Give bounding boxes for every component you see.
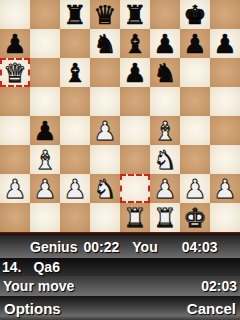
player-clock: 04:03 [182, 239, 218, 255]
move-text: Qa6 [33, 259, 59, 275]
black-pawn-piece: ♟ [3, 31, 26, 57]
square-a3[interactable] [0, 145, 30, 174]
square-a7[interactable]: ♟ [0, 29, 30, 58]
square-e4[interactable] [120, 116, 150, 145]
square-e7[interactable]: ♝ [120, 29, 150, 58]
white-queen-piece: ♛ [3, 60, 26, 86]
square-d4[interactable]: ♟ [90, 116, 120, 145]
move-list-row: 14. Qa6 [0, 258, 240, 276]
square-e2[interactable] [120, 174, 150, 203]
square-c2[interactable]: ♟ [60, 174, 90, 203]
square-c8[interactable]: ♜ [60, 0, 90, 29]
black-rook-piece: ♜ [63, 2, 86, 28]
square-b8[interactable] [30, 0, 60, 29]
white-pawn-piece: ♟ [63, 176, 86, 202]
square-c3[interactable] [60, 145, 90, 174]
white-pawn-piece: ♟ [213, 176, 236, 202]
square-f3[interactable]: ♞ [150, 145, 180, 174]
move-timer: 02:03 [201, 278, 237, 294]
square-g8[interactable]: ♚ [180, 0, 210, 29]
white-rook-piece: ♜ [123, 205, 146, 231]
black-bishop-piece: ♝ [123, 31, 146, 57]
white-bishop-piece: ♝ [153, 118, 176, 144]
square-e3[interactable] [120, 145, 150, 174]
square-a6[interactable]: ♛ [0, 58, 30, 87]
square-d7[interactable]: ♞ [90, 29, 120, 58]
engine-clock: 00:22 [83, 239, 119, 255]
square-d2[interactable]: ♞ [90, 174, 120, 203]
chess-board: ♜♛♜♚♟♞♝♟♟♟♛♝♟♞♟♟♝♝♞♟♟♟♞♟♟♟♜♜♚ [0, 0, 240, 232]
black-pawn-piece: ♟ [213, 31, 236, 57]
white-knight-piece: ♞ [93, 176, 116, 202]
square-h2[interactable]: ♟ [210, 174, 240, 203]
black-bishop-piece: ♝ [63, 60, 86, 86]
white-pawn-piece: ♟ [153, 176, 176, 202]
square-g5[interactable] [180, 87, 210, 116]
square-a5[interactable] [0, 87, 30, 116]
square-f5[interactable] [150, 87, 180, 116]
options-softkey[interactable]: Options [4, 300, 61, 317]
square-f4[interactable]: ♝ [150, 116, 180, 145]
square-g1[interactable]: ♚ [180, 203, 210, 232]
square-g4[interactable] [180, 116, 210, 145]
white-pawn-piece: ♟ [93, 118, 116, 144]
square-f7[interactable]: ♟ [150, 29, 180, 58]
square-a2[interactable]: ♟ [0, 174, 30, 203]
square-h5[interactable] [210, 87, 240, 116]
square-e8[interactable]: ♜ [120, 0, 150, 29]
black-king-piece: ♚ [183, 2, 206, 28]
square-c5[interactable] [60, 87, 90, 116]
black-knight-piece: ♞ [153, 60, 176, 86]
square-d8[interactable]: ♛ [90, 0, 120, 29]
square-b5[interactable] [30, 87, 60, 116]
square-b7[interactable] [30, 29, 60, 58]
white-pawn-piece: ♟ [33, 176, 56, 202]
square-b1[interactable] [30, 203, 60, 232]
black-pawn-piece: ♟ [153, 31, 176, 57]
square-b3[interactable]: ♝ [30, 145, 60, 174]
square-g2[interactable]: ♟ [180, 174, 210, 203]
square-h7[interactable]: ♟ [210, 29, 240, 58]
square-g3[interactable] [180, 145, 210, 174]
square-f2[interactable]: ♟ [150, 174, 180, 203]
engine-name-label: Genius [30, 239, 77, 255]
white-pawn-piece: ♟ [183, 176, 206, 202]
square-e5[interactable] [120, 87, 150, 116]
white-pawn-piece: ♟ [3, 176, 26, 202]
square-d6[interactable] [90, 58, 120, 87]
white-bishop-piece: ♝ [33, 147, 56, 173]
player-name-label: You [132, 239, 157, 255]
square-h4[interactable] [210, 116, 240, 145]
square-h1[interactable] [210, 203, 240, 232]
square-b4[interactable]: ♟ [30, 116, 60, 145]
square-f8[interactable] [150, 0, 180, 29]
square-c4[interactable] [60, 116, 90, 145]
cancel-softkey[interactable]: Cancel [187, 300, 236, 317]
softkey-bar: Options Cancel [0, 296, 240, 320]
status-row: Your move 02:03 [0, 276, 240, 296]
move-number: 14. [2, 259, 21, 275]
square-c6[interactable]: ♝ [60, 58, 90, 87]
square-c1[interactable] [60, 203, 90, 232]
black-queen-piece: ♛ [93, 2, 116, 28]
square-h8[interactable] [210, 0, 240, 29]
white-rook-piece: ♜ [153, 205, 176, 231]
square-c7[interactable] [60, 29, 90, 58]
square-a8[interactable] [0, 0, 30, 29]
square-d5[interactable] [90, 87, 120, 116]
white-king-piece: ♚ [183, 205, 206, 231]
square-b2[interactable]: ♟ [30, 174, 60, 203]
square-h3[interactable] [210, 145, 240, 174]
white-knight-piece: ♞ [153, 147, 176, 173]
square-d1[interactable] [90, 203, 120, 232]
square-a1[interactable] [0, 203, 30, 232]
chess-app-screen: ♜♛♜♚♟♞♝♟♟♟♛♝♟♞♟♟♝♝♞♟♟♟♞♟♟♟♜♜♚ Genius 00:… [0, 0, 240, 320]
clock-bar: Genius 00:22 You 04:03 [0, 235, 240, 258]
square-f6[interactable]: ♞ [150, 58, 180, 87]
square-b6[interactable] [30, 58, 60, 87]
square-g6[interactable] [180, 58, 210, 87]
black-rook-piece: ♜ [123, 2, 146, 28]
square-a4[interactable] [0, 116, 30, 145]
square-h6[interactable] [210, 58, 240, 87]
square-g7[interactable]: ♟ [180, 29, 210, 58]
square-e1[interactable]: ♜ [120, 203, 150, 232]
black-knight-piece: ♞ [93, 31, 116, 57]
square-d3[interactable] [90, 145, 120, 174]
square-f1[interactable]: ♜ [150, 203, 180, 232]
square-e6[interactable]: ♟ [120, 58, 150, 87]
black-pawn-piece: ♟ [183, 31, 206, 57]
turn-indicator-label: Your move [3, 278, 74, 294]
black-pawn-piece: ♟ [33, 118, 56, 144]
black-pawn-piece: ♟ [123, 60, 146, 86]
